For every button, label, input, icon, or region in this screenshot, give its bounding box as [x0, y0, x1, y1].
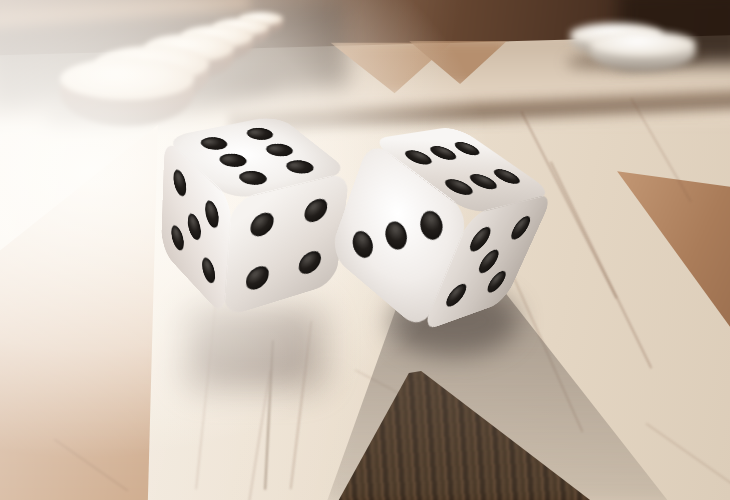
pip: [508, 215, 534, 242]
pip: [187, 209, 201, 244]
pip: [484, 269, 509, 295]
pip: [234, 169, 272, 187]
pip: [201, 253, 215, 289]
pip: [173, 166, 186, 201]
pip: [249, 210, 275, 240]
pip: [171, 221, 184, 255]
pip: [350, 226, 376, 263]
backgammon-scene: [0, 0, 730, 500]
pip: [304, 196, 329, 225]
right-die-cube: [373, 131, 515, 317]
pip: [443, 281, 470, 309]
pip: [282, 158, 319, 175]
pip: [417, 206, 447, 245]
pip: [467, 225, 494, 253]
pip: [262, 142, 298, 158]
left-die-cube: [190, 142, 313, 283]
left-die[interactable]: [186, 146, 318, 278]
pip: [382, 216, 410, 254]
pip: [215, 152, 252, 169]
pip: [298, 249, 322, 277]
pip: [243, 126, 278, 142]
pip: [245, 264, 270, 293]
pip: [205, 196, 220, 233]
pip: [196, 135, 232, 151]
pip: [476, 248, 502, 275]
dice-layer: [0, 0, 730, 500]
right-die[interactable]: [372, 156, 508, 292]
